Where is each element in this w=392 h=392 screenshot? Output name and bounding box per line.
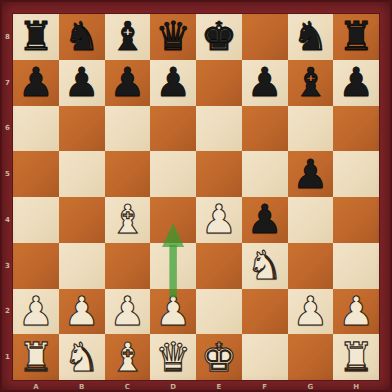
file-label-f: F — [242, 380, 288, 392]
square-f7[interactable]: ♟ — [242, 60, 288, 106]
square-d5[interactable] — [150, 151, 196, 197]
square-c7[interactable]: ♟ — [105, 60, 151, 106]
square-e3[interactable] — [196, 243, 242, 289]
square-c6[interactable] — [105, 106, 151, 152]
black-pawn-b7[interactable]: ♟ — [59, 60, 105, 105]
square-g7[interactable]: ♝ — [288, 60, 334, 106]
square-c2[interactable]: ♟ — [105, 289, 151, 335]
square-a5[interactable] — [13, 151, 59, 197]
chess-board[interactable]: ♜♞♝♛♚♞♜♟♟♟♟♟♝♟♟♝♟♟♞♟♟♟♟♟♟♜♞♝♛♚♜ — [13, 14, 379, 380]
square-h3[interactable] — [333, 243, 379, 289]
file-label-h: H — [333, 380, 379, 392]
white-knight-b1[interactable]: ♞ — [59, 335, 105, 380]
square-e5[interactable] — [196, 151, 242, 197]
rank-label-7: 7 — [2, 60, 13, 106]
rank-label-1: 1 — [2, 334, 13, 380]
square-c5[interactable] — [105, 151, 151, 197]
square-b7[interactable]: ♟ — [59, 60, 105, 106]
square-e6[interactable] — [196, 106, 242, 152]
black-pawn-f7[interactable]: ♟ — [242, 60, 288, 105]
chess-board-window: ♜♞♝♛♚♞♜♟♟♟♟♟♝♟♟♝♟♟♞♟♟♟♟♟♟♜♞♝♛♚♜ 87654321… — [0, 0, 392, 392]
white-pawn-c2[interactable]: ♟ — [105, 289, 151, 334]
square-b4[interactable] — [59, 197, 105, 243]
square-b1[interactable]: ♞ — [59, 334, 105, 380]
black-queen-d8[interactable]: ♛ — [150, 14, 196, 59]
square-f3[interactable]: ♞ — [242, 243, 288, 289]
rank-label-6: 6 — [2, 106, 13, 152]
square-g2[interactable]: ♟ — [288, 289, 334, 335]
black-bishop-c8[interactable]: ♝ — [105, 14, 151, 59]
square-c8[interactable]: ♝ — [105, 14, 151, 60]
square-h1[interactable]: ♜ — [333, 334, 379, 380]
white-pawn-a2[interactable]: ♟ — [13, 289, 59, 334]
square-d7[interactable]: ♟ — [150, 60, 196, 106]
square-g8[interactable]: ♞ — [288, 14, 334, 60]
square-d3[interactable] — [150, 243, 196, 289]
black-pawn-d7[interactable]: ♟ — [150, 60, 196, 105]
white-bishop-c4[interactable]: ♝ — [105, 197, 151, 242]
square-d2[interactable]: ♟ — [150, 289, 196, 335]
square-a4[interactable] — [13, 197, 59, 243]
square-e2[interactable] — [196, 289, 242, 335]
black-knight-g8[interactable]: ♞ — [288, 14, 334, 59]
black-rook-h8[interactable]: ♜ — [333, 14, 379, 59]
white-queen-d1[interactable]: ♛ — [150, 335, 196, 380]
rank-label-3: 3 — [2, 243, 13, 289]
square-h2[interactable]: ♟ — [333, 289, 379, 335]
square-b2[interactable]: ♟ — [59, 289, 105, 335]
rank-label-4: 4 — [2, 197, 13, 243]
white-pawn-h2[interactable]: ♟ — [333, 289, 379, 334]
square-d8[interactable]: ♛ — [150, 14, 196, 60]
square-e8[interactable]: ♚ — [196, 14, 242, 60]
white-rook-a1[interactable]: ♜ — [13, 335, 59, 380]
square-a3[interactable] — [13, 243, 59, 289]
white-knight-f3[interactable]: ♞ — [242, 243, 288, 288]
file-label-c: C — [105, 380, 151, 392]
square-f5[interactable] — [242, 151, 288, 197]
white-bishop-c1[interactable]: ♝ — [105, 335, 151, 380]
square-h7[interactable]: ♟ — [333, 60, 379, 106]
square-c3[interactable] — [105, 243, 151, 289]
square-a7[interactable]: ♟ — [13, 60, 59, 106]
square-g4[interactable] — [288, 197, 334, 243]
black-rook-a8[interactable]: ♜ — [13, 14, 59, 59]
rank-coordinate-labels: 87654321 — [2, 14, 13, 380]
square-d4[interactable] — [150, 197, 196, 243]
file-label-d: D — [150, 380, 196, 392]
square-f4[interactable]: ♟ — [242, 197, 288, 243]
square-a1[interactable]: ♜ — [13, 334, 59, 380]
rank-label-8: 8 — [2, 14, 13, 60]
black-pawn-c7[interactable]: ♟ — [105, 60, 151, 105]
square-f1[interactable] — [242, 334, 288, 380]
square-h6[interactable] — [333, 106, 379, 152]
square-h4[interactable] — [333, 197, 379, 243]
square-g6[interactable] — [288, 106, 334, 152]
square-g3[interactable] — [288, 243, 334, 289]
square-g1[interactable] — [288, 334, 334, 380]
black-bishop-g7[interactable]: ♝ — [288, 60, 334, 105]
square-b3[interactable] — [59, 243, 105, 289]
square-e4[interactable]: ♟ — [196, 197, 242, 243]
square-f2[interactable] — [242, 289, 288, 335]
square-b5[interactable] — [59, 151, 105, 197]
white-rook-h1[interactable]: ♜ — [333, 335, 379, 380]
file-label-g: G — [288, 380, 334, 392]
square-c4[interactable]: ♝ — [105, 197, 151, 243]
square-f6[interactable] — [242, 106, 288, 152]
square-b8[interactable]: ♞ — [59, 14, 105, 60]
black-pawn-a7[interactable]: ♟ — [13, 60, 59, 105]
square-c1[interactable]: ♝ — [105, 334, 151, 380]
white-pawn-b2[interactable]: ♟ — [59, 289, 105, 334]
white-pawn-d2[interactable]: ♟ — [150, 289, 196, 334]
black-king-e8[interactable]: ♚ — [196, 14, 242, 59]
square-g5[interactable]: ♟ — [288, 151, 334, 197]
square-d6[interactable] — [150, 106, 196, 152]
file-label-b: B — [59, 380, 105, 392]
file-coordinate-labels: ABCDEFGH — [13, 380, 379, 392]
square-h8[interactable]: ♜ — [333, 14, 379, 60]
square-e7[interactable] — [196, 60, 242, 106]
square-f8[interactable] — [242, 14, 288, 60]
square-a8[interactable]: ♜ — [13, 14, 59, 60]
file-label-e: E — [196, 380, 242, 392]
white-pawn-g2[interactable]: ♟ — [288, 289, 334, 334]
square-a2[interactable]: ♟ — [13, 289, 59, 335]
rank-label-5: 5 — [2, 151, 13, 197]
white-king-e1[interactable]: ♚ — [196, 335, 242, 380]
square-h5[interactable] — [333, 151, 379, 197]
black-knight-b8[interactable]: ♞ — [59, 14, 105, 59]
black-pawn-h7[interactable]: ♟ — [333, 60, 379, 105]
file-label-a: A — [13, 380, 59, 392]
rank-label-2: 2 — [2, 289, 13, 335]
square-e1[interactable]: ♚ — [196, 334, 242, 380]
square-a6[interactable] — [13, 106, 59, 152]
black-pawn-g5[interactable]: ♟ — [288, 152, 334, 197]
square-d1[interactable]: ♛ — [150, 334, 196, 380]
square-b6[interactable] — [59, 106, 105, 152]
white-pawn-e4[interactable]: ♟ — [196, 197, 242, 242]
black-pawn-f4[interactable]: ♟ — [242, 197, 288, 242]
